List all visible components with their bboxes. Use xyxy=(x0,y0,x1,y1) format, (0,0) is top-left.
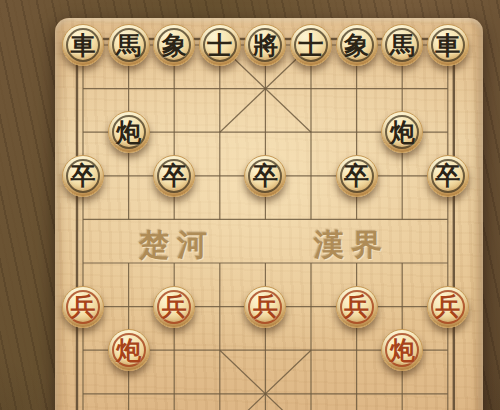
piece-red-soldier-a6[interactable]: 兵 xyxy=(62,286,104,328)
piece-glyph: 卒 xyxy=(154,156,194,196)
piece-black-chariot-i0[interactable]: 車 xyxy=(427,24,469,66)
piece-red-soldier-i6[interactable]: 兵 xyxy=(427,286,469,328)
piece-black-cannon-b2[interactable]: 炮 xyxy=(108,111,150,153)
piece-red-cannon-b7[interactable]: 炮 xyxy=(108,329,150,371)
piece-glyph: 車 xyxy=(428,25,468,65)
piece-glyph: 兵 xyxy=(245,287,285,327)
piece-glyph: 卒 xyxy=(63,156,103,196)
piece-glyph: 兵 xyxy=(63,287,103,327)
piece-black-general-e0[interactable]: 將 xyxy=(244,24,286,66)
piece-black-soldier-i3[interactable]: 卒 xyxy=(427,155,469,197)
piece-black-soldier-a3[interactable]: 卒 xyxy=(62,155,104,197)
piece-glyph: 炮 xyxy=(109,330,149,370)
piece-glyph: 兵 xyxy=(154,287,194,327)
piece-glyph: 炮 xyxy=(382,112,422,152)
piece-black-chariot-a0[interactable]: 車 xyxy=(62,24,104,66)
piece-red-soldier-e6[interactable]: 兵 xyxy=(244,286,286,328)
piece-glyph: 卒 xyxy=(245,156,285,196)
piece-glyph: 士 xyxy=(200,25,240,65)
piece-red-soldier-c6[interactable]: 兵 xyxy=(153,286,195,328)
piece-black-soldier-g3[interactable]: 卒 xyxy=(336,155,378,197)
piece-glyph: 兵 xyxy=(337,287,377,327)
xiangqi-game-screen: 楚河 漢界 車馬象士將士象馬車炮炮卒卒卒卒卒兵兵兵兵兵炮炮 xyxy=(0,0,500,410)
piece-glyph: 將 xyxy=(245,25,285,65)
piece-glyph: 象 xyxy=(337,25,377,65)
piece-black-horse-b0[interactable]: 馬 xyxy=(108,24,150,66)
piece-black-soldier-c3[interactable]: 卒 xyxy=(153,155,195,197)
piece-black-advisor-f0[interactable]: 士 xyxy=(290,24,332,66)
piece-glyph: 卒 xyxy=(428,156,468,196)
river-label-han-jie: 漢界 xyxy=(314,227,390,263)
piece-black-cannon-h2[interactable]: 炮 xyxy=(381,111,423,153)
piece-glyph: 象 xyxy=(154,25,194,65)
piece-black-horse-h0[interactable]: 馬 xyxy=(381,24,423,66)
piece-glyph: 炮 xyxy=(109,112,149,152)
piece-glyph: 馬 xyxy=(382,25,422,65)
piece-glyph: 馬 xyxy=(109,25,149,65)
piece-black-elephant-g0[interactable]: 象 xyxy=(336,24,378,66)
river-label-chu-he: 楚河 xyxy=(139,227,215,263)
piece-glyph: 車 xyxy=(63,25,103,65)
piece-black-soldier-e3[interactable]: 卒 xyxy=(244,155,286,197)
piece-glyph: 兵 xyxy=(428,287,468,327)
piece-glyph: 炮 xyxy=(382,330,422,370)
piece-black-elephant-c0[interactable]: 象 xyxy=(153,24,195,66)
piece-glyph: 卒 xyxy=(337,156,377,196)
piece-glyph: 士 xyxy=(291,25,331,65)
piece-red-soldier-g6[interactable]: 兵 xyxy=(336,286,378,328)
piece-black-advisor-d0[interactable]: 士 xyxy=(199,24,241,66)
piece-red-cannon-h7[interactable]: 炮 xyxy=(381,329,423,371)
